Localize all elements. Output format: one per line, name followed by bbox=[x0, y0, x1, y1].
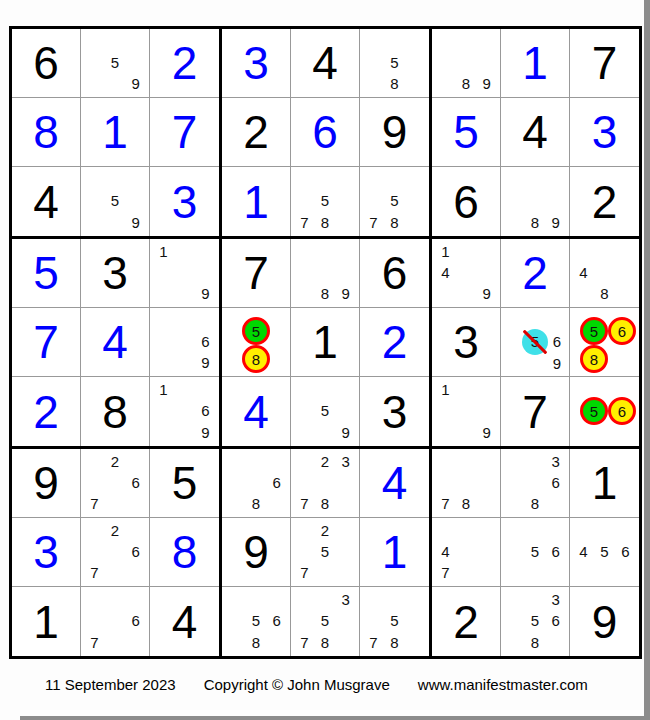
candidate-pos-5: 5 bbox=[315, 190, 336, 211]
cell-r6c4[interactable]: 4 bbox=[222, 377, 291, 446]
candidate-pos-8 bbox=[174, 352, 195, 373]
cell-value: 1 bbox=[81, 98, 149, 166]
candidate-grid: 568 bbox=[573, 310, 636, 373]
candidate-pos-9 bbox=[266, 632, 287, 653]
candidate-pos-2 bbox=[456, 451, 477, 472]
highlight-green-circle: 5 bbox=[580, 397, 608, 425]
candidate-pos-7 bbox=[573, 562, 594, 583]
cell-r5c6[interactable]: 2 bbox=[360, 308, 429, 377]
candidate-pos-8 bbox=[105, 632, 126, 653]
cell-r3c8[interactable]: 89 bbox=[501, 167, 570, 236]
cell-r6c1[interactable]: 2 bbox=[12, 377, 81, 446]
cell-value: 3 bbox=[81, 239, 149, 307]
cell-r7c1[interactable]: 9 bbox=[12, 449, 81, 518]
candidate-pos-4 bbox=[294, 541, 315, 562]
cell-r4c8[interactable]: 2 bbox=[501, 239, 570, 308]
candidate-grid: 69 bbox=[153, 310, 216, 373]
candidate-grid: 169 bbox=[153, 379, 216, 443]
cell-r1c7[interactable]: 89 bbox=[432, 29, 501, 98]
candidate-pos-8 bbox=[456, 422, 477, 443]
candidate-pos-4 bbox=[153, 331, 174, 352]
candidate-pos-3 bbox=[608, 310, 636, 317]
candidate-pos-6: 6 bbox=[195, 400, 216, 421]
candidate-pos-5: 5 bbox=[384, 190, 405, 211]
cell-r5c7[interactable]: 3 bbox=[432, 308, 501, 377]
candidate-pos-3: 3 bbox=[335, 589, 356, 610]
cell-value: 3 bbox=[360, 377, 429, 446]
candidate-pos-1: 1 bbox=[435, 379, 456, 400]
candidate-pos-3 bbox=[125, 520, 146, 541]
cell-r8c6[interactable]: 1 bbox=[360, 518, 429, 587]
candidate-pos-4 bbox=[504, 472, 525, 493]
cell-value: 1 bbox=[570, 449, 639, 517]
candidate-pos-6 bbox=[125, 190, 146, 211]
cell-r6c5[interactable]: 59 bbox=[291, 377, 360, 446]
candidate-pos-1 bbox=[363, 169, 384, 190]
cell-r8c1[interactable]: 3 bbox=[12, 518, 81, 587]
candidate-pos-5 bbox=[174, 400, 195, 421]
candidate-pos-4: 4 bbox=[573, 541, 594, 562]
candidate-grid: 267 bbox=[84, 520, 146, 583]
candidate-pos-1 bbox=[504, 310, 522, 329]
candidate-grid: 89 bbox=[435, 31, 497, 94]
candidate-pos-7: 7 bbox=[363, 632, 384, 653]
cell-r7c5[interactable]: 2378 bbox=[291, 449, 360, 518]
cell-r9c4[interactable]: 568 bbox=[222, 587, 291, 656]
candidate-pos-7 bbox=[294, 283, 315, 304]
cell-r9c5[interactable]: 3578 bbox=[291, 587, 360, 656]
cell-r8c4[interactable]: 9 bbox=[222, 518, 291, 587]
candidate-pos-3 bbox=[476, 451, 497, 472]
cell-r2c1[interactable]: 8 bbox=[12, 98, 81, 167]
candidate-pos-2: 2 bbox=[105, 451, 126, 472]
candidate-pos-2 bbox=[315, 589, 336, 610]
cell-r4c4[interactable]: 7 bbox=[222, 239, 291, 308]
candidate-grid: 58 bbox=[363, 31, 426, 94]
cell-value: 2 bbox=[570, 167, 639, 236]
candidate-pos-5 bbox=[456, 400, 477, 421]
candidate-grid: 56 bbox=[573, 379, 636, 443]
candidate-pos-2 bbox=[174, 310, 195, 331]
cell-value: 1 bbox=[222, 167, 290, 236]
candidate-pos-8: 8 bbox=[384, 212, 405, 233]
candidate-pos-4 bbox=[225, 317, 242, 345]
candidate-pos-6: 6 bbox=[545, 541, 566, 562]
candidate-pos-6: 6 bbox=[545, 610, 566, 631]
candidate-pos-5 bbox=[525, 190, 546, 211]
candidate-pos-4 bbox=[504, 329, 522, 355]
candidate-pos-2 bbox=[242, 310, 270, 317]
candidate-pos-1 bbox=[84, 589, 105, 610]
candidate-pos-7 bbox=[153, 422, 174, 443]
candidate-pos-5: 5 bbox=[105, 190, 126, 211]
candidate-pos-6 bbox=[335, 190, 356, 211]
cell-r2c6[interactable]: 9 bbox=[360, 98, 429, 167]
cell-r2c2[interactable]: 1 bbox=[81, 98, 150, 167]
cell-r4c7[interactable]: 149 bbox=[432, 239, 501, 308]
candidate-pos-8: 8 bbox=[594, 283, 615, 304]
candidate-pos-2 bbox=[315, 379, 336, 400]
cell-value: 1 bbox=[291, 308, 359, 376]
candidate-pos-7: 7 bbox=[435, 562, 456, 583]
cell-value: 2 bbox=[150, 29, 219, 97]
candidate-pos-8: 8 bbox=[315, 283, 336, 304]
cell-r9c1[interactable]: 1 bbox=[12, 587, 81, 656]
candidate-pos-4 bbox=[294, 472, 315, 493]
candidate-pos-2 bbox=[384, 31, 405, 52]
candidate-grid: 569 bbox=[504, 310, 566, 373]
cell-r1c4[interactable]: 3 bbox=[222, 29, 291, 98]
cell-value: 8 bbox=[81, 377, 149, 446]
candidate-pos-2 bbox=[105, 31, 126, 52]
cell-r8c5[interactable]: 257 bbox=[291, 518, 360, 587]
candidate-pos-9: 9 bbox=[545, 212, 566, 233]
candidate-pos-8 bbox=[174, 283, 195, 304]
candidate-grid: 67 bbox=[84, 589, 146, 653]
cell-r6c8[interactable]: 7 bbox=[501, 377, 570, 446]
candidate-pos-8 bbox=[105, 493, 126, 514]
candidate-pos-5: 5 bbox=[384, 610, 405, 631]
candidate-pos-1 bbox=[294, 520, 315, 541]
candidate-pos-3 bbox=[608, 379, 636, 397]
cell-r4c1[interactable]: 5 bbox=[12, 239, 81, 308]
cell-r3c7[interactable]: 6 bbox=[432, 167, 501, 236]
candidate-pos-5 bbox=[105, 472, 126, 493]
candidate-pos-7 bbox=[225, 345, 242, 373]
candidate-pos-9 bbox=[615, 562, 636, 583]
candidate-pos-9 bbox=[476, 493, 497, 514]
candidate-pos-8 bbox=[594, 562, 615, 583]
candidate-grid: 48 bbox=[573, 241, 636, 304]
candidate-pos-2 bbox=[456, 31, 477, 52]
cell-r7c4[interactable]: 68 bbox=[222, 449, 291, 518]
candidate-pos-2 bbox=[456, 379, 477, 400]
cell-r1c5[interactable]: 4 bbox=[291, 29, 360, 98]
cell-value: 4 bbox=[360, 449, 429, 517]
board-box-8: 6823784925715683578578 bbox=[222, 449, 429, 656]
candidate-pos-9 bbox=[335, 493, 356, 514]
candidate-pos-7: 7 bbox=[294, 493, 315, 514]
cell-r6c2[interactable]: 8 bbox=[81, 377, 150, 446]
candidate-pos-7: 7 bbox=[435, 493, 456, 514]
cell-r9c9[interactable]: 9 bbox=[570, 587, 639, 656]
candidate-pos-5: 5 bbox=[525, 541, 546, 562]
candidate-pos-1 bbox=[84, 31, 105, 52]
cell-value: 7 bbox=[150, 98, 219, 166]
cell-r3c5[interactable]: 578 bbox=[291, 167, 360, 236]
candidate-pos-4 bbox=[504, 190, 525, 211]
candidate-pos-9 bbox=[545, 632, 566, 653]
candidate-pos-7 bbox=[225, 632, 246, 653]
candidate-pos-9 bbox=[476, 562, 497, 583]
cell-r6c7[interactable]: 19 bbox=[432, 377, 501, 446]
candidate-pos-4 bbox=[225, 610, 246, 631]
cell-r8c2[interactable]: 267 bbox=[81, 518, 150, 587]
candidate-grid: 58 bbox=[225, 310, 287, 373]
cell-r3c6[interactable]: 578 bbox=[360, 167, 429, 236]
candidate-pos-8: 8 bbox=[580, 345, 608, 373]
candidate-grid: 56 bbox=[504, 520, 566, 583]
highlight-yellow-circle: 6 bbox=[608, 317, 636, 345]
candidate-pos-4 bbox=[363, 52, 384, 73]
cell-value: 2 bbox=[360, 308, 429, 376]
cell-value: 2 bbox=[501, 239, 569, 307]
candidate-pos-7 bbox=[153, 352, 174, 373]
candidate-pos-2 bbox=[525, 451, 546, 472]
candidate-pos-6 bbox=[335, 400, 356, 421]
cell-r1c6[interactable]: 58 bbox=[360, 29, 429, 98]
candidate-pos-9 bbox=[545, 493, 566, 514]
candidate-pos-6: 6 bbox=[608, 397, 636, 425]
candidate-pos-9: 9 bbox=[125, 73, 146, 94]
cell-r2c5[interactable]: 6 bbox=[291, 98, 360, 167]
cell-r5c4[interactable]: 58 bbox=[222, 308, 291, 377]
candidate-pos-6 bbox=[476, 262, 497, 283]
board-box-1: 65928174593 bbox=[12, 29, 219, 236]
candidate-pos-8 bbox=[315, 422, 336, 443]
candidate-pos-6: 6 bbox=[545, 472, 566, 493]
cell-r1c2[interactable]: 59 bbox=[81, 29, 150, 98]
candidate-pos-9 bbox=[615, 283, 636, 304]
candidate-pos-2 bbox=[384, 169, 405, 190]
cell-r2c3[interactable]: 7 bbox=[150, 98, 219, 167]
candidate-grid: 89 bbox=[504, 169, 566, 233]
candidate-pos-2 bbox=[105, 589, 126, 610]
cell-r3c2[interactable]: 59 bbox=[81, 167, 150, 236]
cell-r2c7[interactable]: 5 bbox=[432, 98, 501, 167]
cell-value: 3 bbox=[432, 308, 500, 376]
candidate-pos-3 bbox=[270, 310, 287, 317]
candidate-grid: 2378 bbox=[294, 451, 356, 514]
candidate-grid: 578 bbox=[363, 589, 426, 653]
candidate-pos-7: 7 bbox=[363, 212, 384, 233]
cell-r8c7[interactable]: 47 bbox=[432, 518, 501, 587]
candidate-pos-7 bbox=[504, 632, 525, 653]
candidate-grid: 59 bbox=[84, 169, 146, 233]
candidate-grid: 257 bbox=[294, 520, 356, 583]
candidate-pos-3 bbox=[335, 379, 356, 400]
cell-r8c9[interactable]: 456 bbox=[570, 518, 639, 587]
candidate-pos-9: 9 bbox=[195, 352, 216, 373]
candidate-pos-5 bbox=[456, 472, 477, 493]
cell-r9c7[interactable]: 2 bbox=[432, 587, 501, 656]
cell-value: 6 bbox=[291, 98, 359, 166]
candidate-pos-5: 5 bbox=[315, 610, 336, 631]
candidate-pos-4 bbox=[84, 52, 105, 73]
candidate-pos-4 bbox=[225, 472, 246, 493]
candidate-pos-1 bbox=[504, 589, 525, 610]
candidate-pos-8: 8 bbox=[315, 212, 336, 233]
cell-r7c9[interactable]: 1 bbox=[570, 449, 639, 518]
cell-r2c9[interactable]: 3 bbox=[570, 98, 639, 167]
candidate-pos-8 bbox=[105, 73, 126, 94]
cell-r8c3[interactable]: 8 bbox=[150, 518, 219, 587]
candidate-pos-7 bbox=[225, 493, 246, 514]
candidate-pos-9 bbox=[405, 212, 426, 233]
candidate-pos-7: 7 bbox=[294, 562, 315, 583]
cell-r2c8[interactable]: 4 bbox=[501, 98, 570, 167]
candidate-pos-9 bbox=[125, 632, 146, 653]
candidate-pos-7 bbox=[573, 283, 594, 304]
candidate-pos-6 bbox=[335, 262, 356, 283]
cell-r6c6[interactable]: 3 bbox=[360, 377, 429, 446]
board-box-2: 34582691578578 bbox=[222, 29, 429, 236]
candidate-grid: 3578 bbox=[294, 589, 356, 653]
candidate-pos-4 bbox=[294, 262, 315, 283]
cell-r7c7[interactable]: 78 bbox=[432, 449, 501, 518]
candidate-pos-4: 4 bbox=[435, 262, 456, 283]
cell-value: 5 bbox=[150, 449, 219, 517]
cell-r5c5[interactable]: 1 bbox=[291, 308, 360, 377]
cell-value: 9 bbox=[12, 449, 80, 517]
candidate-pos-3 bbox=[615, 520, 636, 541]
candidate-pos-5 bbox=[456, 262, 477, 283]
candidate-pos-8 bbox=[456, 562, 477, 583]
cell-value: 8 bbox=[12, 98, 80, 166]
cell-value: 3 bbox=[222, 29, 290, 97]
footer-website[interactable]: www.manifestmaster.com bbox=[418, 676, 588, 693]
cell-r3c1[interactable]: 4 bbox=[12, 167, 81, 236]
candidate-pos-1 bbox=[153, 310, 174, 331]
candidate-pos-2 bbox=[174, 241, 195, 262]
board-box-3: 89175436892 bbox=[432, 29, 639, 236]
candidate-pos-9: 9 bbox=[548, 355, 566, 374]
candidate-pos-8: 8 bbox=[242, 345, 270, 373]
candidate-pos-6: 6 bbox=[266, 610, 287, 631]
cell-r4c6[interactable]: 6 bbox=[360, 239, 429, 308]
board-box-5: 789658124593 bbox=[222, 239, 429, 446]
candidate-grid: 578 bbox=[363, 169, 426, 233]
candidate-pos-7: 7 bbox=[84, 632, 105, 653]
candidate-pos-7: 7 bbox=[84, 562, 105, 583]
candidate-pos-9: 9 bbox=[335, 422, 356, 443]
candidate-pos-3 bbox=[476, 379, 497, 400]
cell-value: 9 bbox=[570, 587, 639, 656]
candidate-grid: 19 bbox=[435, 379, 497, 443]
cell-r6c9[interactable]: 56 bbox=[570, 377, 639, 446]
cell-r8c8[interactable]: 56 bbox=[501, 518, 570, 587]
candidate-pos-8: 8 bbox=[246, 632, 267, 653]
candidate-pos-3 bbox=[615, 241, 636, 262]
cell-r9c3[interactable]: 4 bbox=[150, 587, 219, 656]
cell-r1c3[interactable]: 2 bbox=[150, 29, 219, 98]
candidate-pos-3 bbox=[335, 241, 356, 262]
candidate-pos-2: 2 bbox=[105, 520, 126, 541]
candidate-pos-6 bbox=[270, 317, 287, 345]
candidate-pos-2 bbox=[525, 589, 546, 610]
candidate-pos-7 bbox=[573, 425, 580, 443]
window-edge-right bbox=[644, 0, 650, 720]
candidate-pos-9 bbox=[405, 73, 426, 94]
candidate-pos-8 bbox=[522, 355, 548, 374]
cell-r3c4[interactable]: 1 bbox=[222, 167, 291, 236]
cell-value: 1 bbox=[360, 518, 429, 586]
candidate-pos-4 bbox=[363, 190, 384, 211]
candidate-pos-3 bbox=[195, 241, 216, 262]
candidate-pos-9: 9 bbox=[476, 422, 497, 443]
candidate-pos-5: 5 bbox=[522, 329, 548, 355]
candidate-pos-5: 5 bbox=[580, 317, 608, 345]
cell-r4c3[interactable]: 19 bbox=[150, 239, 219, 308]
candidate-pos-9 bbox=[125, 493, 146, 514]
cell-r1c1[interactable]: 6 bbox=[12, 29, 81, 98]
cell-value: 6 bbox=[12, 29, 80, 97]
candidate-pos-6: 6 bbox=[125, 541, 146, 562]
cell-r4c2[interactable]: 3 bbox=[81, 239, 150, 308]
cell-r9c2[interactable]: 67 bbox=[81, 587, 150, 656]
candidate-pos-4 bbox=[294, 190, 315, 211]
candidate-pos-3 bbox=[545, 169, 566, 190]
cell-r4c5[interactable]: 89 bbox=[291, 239, 360, 308]
cell-r3c3[interactable]: 3 bbox=[150, 167, 219, 236]
candidate-pos-8 bbox=[315, 562, 336, 583]
cell-value: 4 bbox=[12, 167, 80, 236]
cell-r7c3[interactable]: 5 bbox=[150, 449, 219, 518]
cell-r4c9[interactable]: 48 bbox=[570, 239, 639, 308]
candidate-pos-8: 8 bbox=[525, 212, 546, 233]
cell-r5c1[interactable]: 7 bbox=[12, 308, 81, 377]
candidate-pos-1 bbox=[84, 520, 105, 541]
candidate-pos-8 bbox=[174, 422, 195, 443]
cell-r5c8[interactable]: 569 bbox=[501, 308, 570, 377]
candidate-pos-5 bbox=[456, 52, 477, 73]
cell-r7c6[interactable]: 4 bbox=[360, 449, 429, 518]
candidate-pos-5: 5 bbox=[242, 317, 270, 345]
candidate-pos-4 bbox=[84, 610, 105, 631]
candidate-pos-3 bbox=[266, 589, 287, 610]
candidate-pos-4 bbox=[435, 472, 456, 493]
cell-r7c8[interactable]: 368 bbox=[501, 449, 570, 518]
candidate-pos-5 bbox=[246, 472, 267, 493]
cell-r2c4[interactable]: 2 bbox=[222, 98, 291, 167]
cell-r3c9[interactable]: 2 bbox=[570, 167, 639, 236]
board-box-6: 149248356956819756 bbox=[432, 239, 639, 446]
candidate-pos-6 bbox=[405, 190, 426, 211]
candidate-pos-4 bbox=[84, 190, 105, 211]
cell-r7c2[interactable]: 267 bbox=[81, 449, 150, 518]
candidate-pos-6 bbox=[335, 541, 356, 562]
candidate-pos-6: 6 bbox=[608, 317, 636, 345]
candidate-pos-3 bbox=[335, 520, 356, 541]
candidate-pos-6 bbox=[405, 610, 426, 631]
candidate-pos-3 bbox=[405, 31, 426, 52]
cell-value: 7 bbox=[570, 29, 639, 97]
cell-r1c8[interactable]: 1 bbox=[501, 29, 570, 98]
cell-r9c8[interactable]: 3568 bbox=[501, 587, 570, 656]
candidate-grid: 368 bbox=[504, 451, 566, 514]
candidate-pos-8: 8 bbox=[525, 493, 546, 514]
cell-r1c9[interactable]: 7 bbox=[570, 29, 639, 98]
candidate-pos-2 bbox=[525, 169, 546, 190]
cell-r9c6[interactable]: 578 bbox=[360, 587, 429, 656]
candidate-pos-6 bbox=[125, 52, 146, 73]
sudoku-board: 6592817459334582691578578891754368925319… bbox=[9, 26, 642, 659]
candidate-pos-1 bbox=[225, 589, 246, 610]
cell-r5c3[interactable]: 69 bbox=[150, 308, 219, 377]
cell-r6c3[interactable]: 169 bbox=[150, 377, 219, 446]
candidate-pos-8: 8 bbox=[456, 73, 477, 94]
cell-value: 3 bbox=[570, 98, 639, 166]
candidate-pos-7 bbox=[504, 493, 525, 514]
candidate-pos-6: 6 bbox=[125, 610, 146, 631]
cell-r5c2[interactable]: 4 bbox=[81, 308, 150, 377]
cell-r5c9[interactable]: 568 bbox=[570, 308, 639, 377]
candidate-pos-4: 4 bbox=[435, 541, 456, 562]
cell-value: 9 bbox=[222, 518, 290, 586]
highlight-yellow-circle: 8 bbox=[580, 345, 608, 373]
candidate-pos-8: 8 bbox=[384, 73, 405, 94]
candidate-pos-2 bbox=[525, 520, 546, 541]
